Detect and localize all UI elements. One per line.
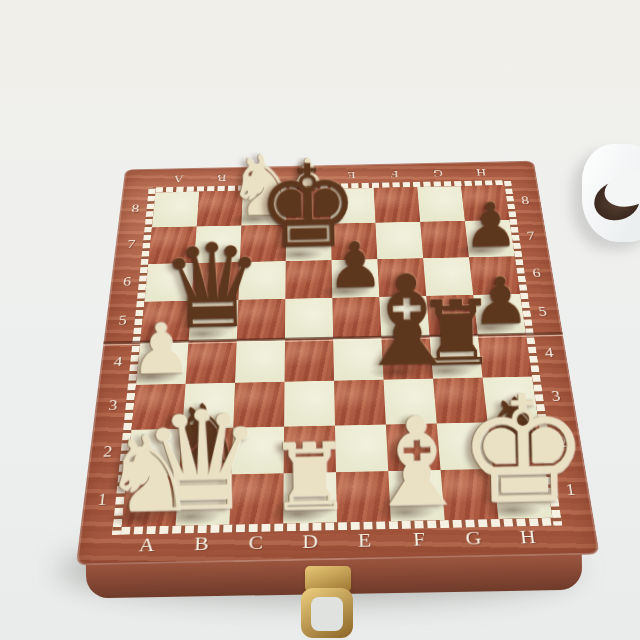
label-file-b-bottom: B (173, 532, 229, 556)
photo-scene: { "game": "chess", "scene_type": "overhe… (0, 0, 640, 640)
black-pawn-icon: ♟ (428, 199, 553, 251)
label-rank-4-left: 4 (104, 354, 132, 370)
cup (582, 144, 640, 242)
label-file-a-bottom: A (119, 533, 175, 557)
label-rank-1-right: 1 (555, 481, 587, 500)
label-rank-2-right: 2 (548, 433, 579, 451)
label-rank-2-left: 2 (93, 442, 123, 460)
label-file-g-top: G (416, 167, 460, 179)
label-file-c-bottom: C (228, 531, 283, 555)
black-bishop-icon: ♝ (339, 270, 475, 372)
label-file-a-top: A (156, 172, 200, 184)
label-file-g-bottom: G (445, 526, 502, 550)
board-surface: AABBCCDDEEFFGGHH8877665544332211 ♟♞♚♟♟♛♟… (76, 161, 600, 566)
label-rank-5-right: 5 (529, 304, 557, 320)
label-rank-8-left: 8 (123, 202, 149, 215)
clasp-ring (301, 588, 353, 638)
label-file-h-bottom: H (499, 525, 556, 549)
label-rank-7-right: 7 (517, 229, 544, 243)
chess-board: AABBCCDDEEFFGGHH8877665544332211 ♟♞♚♟♟♛♟… (64, 0, 600, 567)
label-file-e-bottom: E (337, 528, 392, 552)
label-rank-3-right: 3 (541, 388, 571, 405)
label-file-f-top: F (373, 168, 417, 180)
label-file-d-bottom: D (283, 529, 338, 553)
label-rank-8-right: 8 (512, 194, 538, 207)
label-rank-7-left: 7 (118, 237, 144, 251)
label-file-e-top: E (330, 169, 374, 181)
label-rank-6-left: 6 (114, 274, 141, 289)
label-rank-5-left: 5 (109, 313, 137, 329)
label-file-b-top: B (200, 171, 244, 183)
label-file-c-top: C (243, 171, 286, 183)
label-file-h-top: H (459, 166, 504, 178)
label-rank-6-right: 6 (523, 265, 551, 280)
label-rank-4-right: 4 (535, 345, 564, 361)
label-rank-1-left: 1 (87, 490, 118, 509)
clasp-ring-hole (311, 597, 343, 631)
pieces-layer: ♟♞♚♟♟♛♟♟♝♜♞♞♞♛♜♝♚ (122, 185, 553, 527)
label-file-f-bottom: F (391, 527, 447, 551)
label-file-d-top: D (286, 170, 329, 182)
label-rank-3-left: 3 (98, 397, 127, 414)
